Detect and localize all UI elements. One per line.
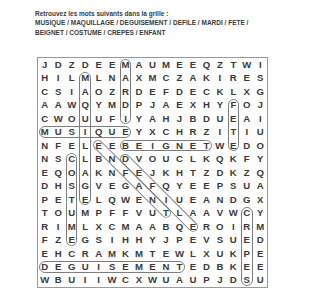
grid-cell-r16c10[interactable]: N bbox=[159, 260, 172, 273]
grid-cell-r15c13[interactable]: X bbox=[200, 247, 213, 260]
grid-cell-r12c3[interactable]: U bbox=[65, 206, 78, 219]
grid-cell-r12c5[interactable]: P bbox=[92, 206, 105, 219]
grid-cell-r1c12[interactable]: E bbox=[186, 58, 199, 71]
grid-cell-r2c3[interactable]: L bbox=[65, 71, 78, 84]
grid-cell-r17c17[interactable]: U bbox=[254, 274, 267, 287]
grid-cell-r10c14[interactable]: P bbox=[213, 179, 226, 192]
grid-cell-r3c1[interactable]: C bbox=[38, 85, 51, 98]
grid-cell-r3c13[interactable]: C bbox=[200, 85, 213, 98]
grid-cell-r16c16[interactable]: E bbox=[240, 260, 253, 273]
grid-cell-r2c6[interactable]: N bbox=[105, 71, 118, 84]
grid-cell-r5c5[interactable]: U bbox=[92, 112, 105, 125]
grid-cell-r9c13[interactable]: Z bbox=[200, 166, 213, 179]
grid-cell-r10c11[interactable]: Y bbox=[173, 179, 186, 192]
grid-cell-r6c13[interactable]: Z bbox=[200, 125, 213, 138]
grid-cell-r3c8[interactable]: D bbox=[132, 85, 145, 98]
grid-cell-r2c17[interactable]: S bbox=[254, 71, 267, 84]
grid-cell-r12c4[interactable]: M bbox=[78, 206, 91, 219]
grid-cell-r16c7[interactable]: E bbox=[119, 260, 132, 273]
grid-cell-r12c7[interactable]: F bbox=[119, 206, 132, 219]
grid-cell-r8c11[interactable]: C bbox=[173, 152, 186, 165]
grid-cell-r17c4[interactable]: I bbox=[78, 274, 91, 287]
grid-cell-r4c7[interactable]: D bbox=[119, 98, 132, 111]
grid-cell-r4c17[interactable]: J bbox=[254, 98, 267, 111]
word-list-line-2: BEIGNET / COSTUME / CREPES / ENFANT bbox=[35, 28, 280, 37]
grid-cell-r3c17[interactable]: G bbox=[254, 85, 267, 98]
grid-cell-r8c7[interactable]: D bbox=[119, 152, 132, 165]
grid-cell-r16c11[interactable]: T bbox=[173, 260, 186, 273]
grid-cell-r7c12[interactable]: E bbox=[186, 139, 199, 152]
grid-cell-r17c8[interactable]: X bbox=[132, 274, 145, 287]
grid-cell-r3c3[interactable]: I bbox=[65, 85, 78, 98]
grid-cell-r14c6[interactable]: I bbox=[105, 233, 118, 246]
puzzle-header: Retrouvez les mots suivants dans la gril… bbox=[35, 9, 280, 37]
grid-cell-r11c10[interactable]: I bbox=[159, 193, 172, 206]
grid-cell-r13c11[interactable]: Q bbox=[173, 220, 186, 233]
grid-cell-r16c3[interactable]: G bbox=[65, 260, 78, 273]
grid-cell-r3c12[interactable]: E bbox=[186, 85, 199, 98]
grid-cell-r5c12[interactable]: B bbox=[186, 112, 199, 125]
grid-cell-r4c15[interactable]: F bbox=[227, 98, 240, 111]
grid-cell-r14c1[interactable]: F bbox=[38, 233, 51, 246]
grid-cell-r7c14[interactable]: W bbox=[213, 139, 226, 152]
grid-cell-r2c7[interactable]: A bbox=[119, 71, 132, 84]
grid-cell-r10c13[interactable]: E bbox=[200, 179, 213, 192]
grid-cell-r14c15[interactable]: U bbox=[227, 233, 240, 246]
grid-cell-r11c12[interactable]: E bbox=[186, 193, 199, 206]
grid-cell-r7c17[interactable]: O bbox=[254, 139, 267, 152]
grid-cell-r14c2[interactable]: Z bbox=[51, 233, 64, 246]
grid-cell-r13c4[interactable]: L bbox=[78, 220, 91, 233]
grid-cell-r17c5[interactable]: I bbox=[92, 274, 105, 287]
grid-cell-r17c12[interactable]: U bbox=[186, 274, 199, 287]
grid-cell-r5c8[interactable]: Y bbox=[132, 112, 145, 125]
grid-cell-r10c7[interactable]: G bbox=[119, 179, 132, 192]
grid-cell-r17c7[interactable]: C bbox=[119, 274, 132, 287]
grid-cell-r16c13[interactable]: D bbox=[200, 260, 213, 273]
grid-cell-r2c11[interactable]: Z bbox=[173, 71, 186, 84]
grid-cell-r17c1[interactable]: W bbox=[38, 274, 51, 287]
grid-cell-r9c11[interactable]: H bbox=[173, 166, 186, 179]
grid-cell-r8c13[interactable]: K bbox=[200, 152, 213, 165]
grid-cell-r6c16[interactable]: I bbox=[240, 125, 253, 138]
grid-cell-r5c3[interactable]: O bbox=[65, 112, 78, 125]
grid-cell-r8c9[interactable]: O bbox=[146, 152, 159, 165]
grid-cell-r6c17[interactable]: U bbox=[254, 125, 267, 138]
grid-cell-r16c15[interactable]: K bbox=[227, 260, 240, 273]
grid-cell-r3c4[interactable]: A bbox=[78, 85, 91, 98]
grid-cell-r4c8[interactable]: P bbox=[132, 98, 145, 111]
word-list-line-1: MUSIQUE / MAQUILLAGE / DEGUISEMENT / DEF… bbox=[35, 18, 280, 27]
grid-cell-r11c2[interactable]: E bbox=[51, 193, 64, 206]
grid-cell-r8c6[interactable]: N bbox=[105, 152, 118, 165]
grid-cell-r11c7[interactable]: W bbox=[119, 193, 132, 206]
grid-cell-r16c2[interactable]: E bbox=[51, 260, 64, 273]
grid-cell-r13c1[interactable]: R bbox=[38, 220, 51, 233]
grid-cell-r11c17[interactable]: X bbox=[254, 193, 267, 206]
grid-cell-r10c15[interactable]: S bbox=[227, 179, 240, 192]
grid-cell-r7c5[interactable]: E bbox=[92, 139, 105, 152]
grid-cell-r11c14[interactable]: N bbox=[213, 193, 226, 206]
grid-cell-r10c8[interactable]: A bbox=[132, 179, 145, 192]
grid-cell-r10c17[interactable]: A bbox=[254, 179, 267, 192]
grid-cell-r10c16[interactable]: U bbox=[240, 179, 253, 192]
grid-cell-r4c5[interactable]: Y bbox=[92, 98, 105, 111]
grid-cell-r17c10[interactable]: U bbox=[159, 274, 172, 287]
grid-cell-r9c7[interactable]: F bbox=[119, 166, 132, 179]
grid-cell-r11c16[interactable]: G bbox=[240, 193, 253, 206]
grid-cell-r9c6[interactable]: N bbox=[105, 166, 118, 179]
grid-cell-r7c3[interactable]: E bbox=[65, 139, 78, 152]
grid-cell-r10c9[interactable]: F bbox=[146, 179, 159, 192]
grid-cell-r13c5[interactable]: X bbox=[92, 220, 105, 233]
grid-cell-r14c16[interactable]: E bbox=[240, 233, 253, 246]
grid-cell-r7c1[interactable]: N bbox=[38, 139, 51, 152]
grid-cell-r1c10[interactable]: M bbox=[159, 58, 172, 71]
grid-cell-r8c14[interactable]: Q bbox=[213, 152, 226, 165]
grid-cell-r5c2[interactable]: W bbox=[51, 112, 64, 125]
grid-cell-r1c7[interactable]: M bbox=[119, 58, 132, 71]
grid-cell-r9c16[interactable]: Z bbox=[240, 166, 253, 179]
grid-cell-r2c16[interactable]: E bbox=[240, 71, 253, 84]
grid-cell-r15c2[interactable]: H bbox=[51, 247, 64, 260]
grid-cell-r8c10[interactable]: U bbox=[159, 152, 172, 165]
grid-cell-r5c10[interactable]: H bbox=[159, 112, 172, 125]
grid-cell-r12c14[interactable]: V bbox=[213, 206, 226, 219]
grid-cell-r12c10[interactable]: T bbox=[159, 206, 172, 219]
grid-cell-r11c1[interactable]: P bbox=[38, 193, 51, 206]
grid-cell-r13c2[interactable]: I bbox=[51, 220, 64, 233]
grid-cell-r15c9[interactable]: T bbox=[146, 247, 159, 260]
grid-cell-r11c8[interactable]: E bbox=[132, 193, 145, 206]
grid-cell-r16c9[interactable]: E bbox=[146, 260, 159, 273]
grid-cell-r17c2[interactable]: B bbox=[51, 274, 64, 287]
grid-cell-r7c11[interactable]: N bbox=[173, 139, 186, 152]
grid-cell-r5c15[interactable]: E bbox=[227, 112, 240, 125]
grid-cell-r6c15[interactable]: T bbox=[227, 125, 240, 138]
grid-cell-r8c17[interactable]: Y bbox=[254, 152, 267, 165]
grid-cell-r5c1[interactable]: C bbox=[38, 112, 51, 125]
grid-cell-r6c14[interactable]: I bbox=[213, 125, 226, 138]
grid-cell-r13c6[interactable]: C bbox=[105, 220, 118, 233]
grid-cell-r10c4[interactable]: G bbox=[78, 179, 91, 192]
grid-cell-r16c1[interactable]: D bbox=[38, 260, 51, 273]
grid-cell-r9c1[interactable]: E bbox=[38, 166, 51, 179]
grid-cell-r4c16[interactable]: O bbox=[240, 98, 253, 111]
grid-cell-r4c9[interactable]: J bbox=[146, 98, 159, 111]
grid-cell-r1c11[interactable]: E bbox=[173, 58, 186, 71]
grid-cell-r7c13[interactable]: T bbox=[200, 139, 213, 152]
grid-cell-r10c10[interactable]: Q bbox=[159, 179, 172, 192]
grid-cell-r3c7[interactable]: R bbox=[119, 85, 132, 98]
grid-cell-r1c5[interactable]: E bbox=[92, 58, 105, 71]
grid-cell-r10c12[interactable]: E bbox=[186, 179, 199, 192]
grid-cell-r13c7[interactable]: M bbox=[119, 220, 132, 233]
grid-cell-r4c3[interactable]: W bbox=[65, 98, 78, 111]
grid-cell-r3c16[interactable]: X bbox=[240, 85, 253, 98]
grid-cell-r17c3[interactable]: U bbox=[65, 274, 78, 287]
grid-cell-r15c10[interactable]: E bbox=[159, 247, 172, 260]
grid-cell-r6c9[interactable]: X bbox=[146, 125, 159, 138]
grid-cell-r14c7[interactable]: H bbox=[119, 233, 132, 246]
grid-cell-r13c13[interactable]: R bbox=[200, 220, 213, 233]
grid-cell-r16c8[interactable]: M bbox=[132, 260, 145, 273]
grid-cell-r16c6[interactable]: S bbox=[105, 260, 118, 273]
grid-cell-r9c8[interactable]: E bbox=[132, 166, 145, 179]
grid-cell-r5c7[interactable]: I bbox=[119, 112, 132, 125]
grid-cell-r1c15[interactable]: T bbox=[227, 58, 240, 71]
grid-cell-r3c6[interactable]: Z bbox=[105, 85, 118, 98]
grid-cell-r12c12[interactable]: A bbox=[186, 206, 199, 219]
grid-cell-r10c3[interactable]: S bbox=[65, 179, 78, 192]
grid-cell-r11c11[interactable]: U bbox=[173, 193, 186, 206]
grid-cell-r17c14[interactable]: J bbox=[213, 274, 226, 287]
grid-cell-r1c3[interactable]: Z bbox=[65, 58, 78, 71]
grid-cell-r4c10[interactable]: A bbox=[159, 98, 172, 111]
grid-cell-r7c10[interactable]: G bbox=[159, 139, 172, 152]
grid-cell-r17c6[interactable]: W bbox=[105, 274, 118, 287]
grid-cell-r3c11[interactable]: D bbox=[173, 85, 186, 98]
letter-grid: JDZDEEMAUMEEQZTWIHILMLNAXMCZAKIRESCSIAOZ… bbox=[38, 58, 267, 287]
grid-cell-r3c14[interactable]: K bbox=[213, 85, 226, 98]
grid-cell-r8c3[interactable]: C bbox=[65, 152, 78, 165]
grid-cell-r9c5[interactable]: K bbox=[92, 166, 105, 179]
grid-cell-r8c12[interactable]: L bbox=[186, 152, 199, 165]
grid-cell-r17c15[interactable]: D bbox=[227, 274, 240, 287]
grid-cell-r15c17[interactable]: E bbox=[254, 247, 267, 260]
grid-cell-r2c15[interactable]: R bbox=[227, 71, 240, 84]
grid-cell-r4c12[interactable]: X bbox=[186, 98, 199, 111]
grid-cell-r13c17[interactable]: M bbox=[254, 220, 267, 233]
grid-cell-r9c12[interactable]: T bbox=[186, 166, 199, 179]
grid-cell-r2c13[interactable]: K bbox=[200, 71, 213, 84]
grid-cell-r9c17[interactable]: Q bbox=[254, 166, 267, 179]
grid-cell-r6c8[interactable]: Y bbox=[132, 125, 145, 138]
grid-cell-r7c8[interactable]: E bbox=[132, 139, 145, 152]
grid-cell-r15c1[interactable]: E bbox=[38, 247, 51, 260]
grid-cell-r5c6[interactable]: F bbox=[105, 112, 118, 125]
grid-cell-r15c6[interactable]: M bbox=[105, 247, 118, 260]
grid-cell-r2c14[interactable]: I bbox=[213, 71, 226, 84]
grid-cell-r2c10[interactable]: C bbox=[159, 71, 172, 84]
grid-cell-r8c5[interactable]: B bbox=[92, 152, 105, 165]
grid-cell-r15c7[interactable]: K bbox=[119, 247, 132, 260]
grid-cell-r2c4[interactable]: M bbox=[78, 71, 91, 84]
grid-cell-r3c15[interactable]: L bbox=[227, 85, 240, 98]
grid-cell-r1c9[interactable]: U bbox=[146, 58, 159, 71]
grid-cell-r11c13[interactable]: A bbox=[200, 193, 213, 206]
grid-cell-r1c1[interactable]: J bbox=[38, 58, 51, 71]
grid-cell-r5c9[interactable]: A bbox=[146, 112, 159, 125]
grid-cell-r10c6[interactable]: E bbox=[105, 179, 118, 192]
grid-cell-r7c9[interactable]: I bbox=[146, 139, 159, 152]
grid-cell-r6c7[interactable]: E bbox=[119, 125, 132, 138]
grid-cell-r15c14[interactable]: U bbox=[213, 247, 226, 260]
grid-cell-r10c2[interactable]: H bbox=[51, 179, 64, 192]
grid-cell-r9c14[interactable]: D bbox=[213, 166, 226, 179]
grid-cell-r2c5[interactable]: L bbox=[92, 71, 105, 84]
word-search-board: JDZDEEMAUMEEQZTWIHILMLNAXMCZAKIRESCSIAOZ… bbox=[37, 57, 268, 288]
grid-cell-r17c11[interactable]: A bbox=[173, 274, 186, 287]
grid-cell-r14c9[interactable]: Y bbox=[146, 233, 159, 246]
grid-cell-r13c12[interactable]: E bbox=[186, 220, 199, 233]
grid-cell-r5c16[interactable]: A bbox=[240, 112, 253, 125]
grid-cell-r15c5[interactable]: A bbox=[92, 247, 105, 260]
grid-cell-r7c2[interactable]: F bbox=[51, 139, 64, 152]
grid-cell-r11c5[interactable]: L bbox=[92, 193, 105, 206]
grid-cell-r9c10[interactable]: K bbox=[159, 166, 172, 179]
grid-cell-r16c12[interactable]: E bbox=[186, 260, 199, 273]
grid-cell-r6c12[interactable]: R bbox=[186, 125, 199, 138]
grid-cell-r7c7[interactable]: B bbox=[119, 139, 132, 152]
grid-cell-r12c6[interactable]: F bbox=[105, 206, 118, 219]
grid-cell-r5c14[interactable]: U bbox=[213, 112, 226, 125]
grid-cell-r6c5[interactable]: Q bbox=[92, 125, 105, 138]
grid-cell-r9c3[interactable]: O bbox=[65, 166, 78, 179]
grid-cell-r14c4[interactable]: G bbox=[78, 233, 91, 246]
grid-cell-r6c2[interactable]: U bbox=[51, 125, 64, 138]
grid-cell-r14c12[interactable]: E bbox=[186, 233, 199, 246]
grid-cell-r4c14[interactable]: Y bbox=[213, 98, 226, 111]
grid-cell-r13c10[interactable]: B bbox=[159, 220, 172, 233]
grid-cell-r10c5[interactable]: V bbox=[92, 179, 105, 192]
grid-cell-r10c1[interactable]: D bbox=[38, 179, 51, 192]
grid-cell-r2c2[interactable]: I bbox=[51, 71, 64, 84]
grid-cell-r13c14[interactable]: O bbox=[213, 220, 226, 233]
grid-cell-r1c8[interactable]: A bbox=[132, 58, 145, 71]
grid-cell-r6c6[interactable]: U bbox=[105, 125, 118, 138]
grid-cell-r8c1[interactable]: N bbox=[38, 152, 51, 165]
grid-cell-r4c13[interactable]: H bbox=[200, 98, 213, 111]
grid-cell-r13c8[interactable]: A bbox=[132, 220, 145, 233]
grid-cell-r4c11[interactable]: E bbox=[173, 98, 186, 111]
grid-cell-r4c6[interactable]: M bbox=[105, 98, 118, 111]
grid-cell-r12c1[interactable]: T bbox=[38, 206, 51, 219]
grid-cell-r13c15[interactable]: I bbox=[227, 220, 240, 233]
grid-cell-r1c17[interactable]: I bbox=[254, 58, 267, 71]
grid-cell-r14c13[interactable]: V bbox=[200, 233, 213, 246]
grid-cell-r1c6[interactable]: E bbox=[105, 58, 118, 71]
grid-cell-r8c8[interactable]: V bbox=[132, 152, 145, 165]
grid-cell-r14c10[interactable]: J bbox=[159, 233, 172, 246]
grid-cell-r3c5[interactable]: O bbox=[92, 85, 105, 98]
grid-cell-r12c9[interactable]: U bbox=[146, 206, 159, 219]
grid-cell-r7c16[interactable]: D bbox=[240, 139, 253, 152]
grid-cell-r6c3[interactable]: S bbox=[65, 125, 78, 138]
grid-cell-r15c11[interactable]: W bbox=[173, 247, 186, 260]
grid-cell-r12c11[interactable]: L bbox=[173, 206, 186, 219]
grid-cell-r3c10[interactable]: F bbox=[159, 85, 172, 98]
grid-cell-r7c15[interactable]: E bbox=[227, 139, 240, 152]
grid-cell-r4c1[interactable]: A bbox=[38, 98, 51, 111]
grid-cell-r5c11[interactable]: J bbox=[173, 112, 186, 125]
grid-cell-r15c3[interactable]: C bbox=[65, 247, 78, 260]
grid-cell-r14c17[interactable]: D bbox=[254, 233, 267, 246]
grid-cell-r11c3[interactable]: T bbox=[65, 193, 78, 206]
grid-cell-r14c3[interactable]: E bbox=[65, 233, 78, 246]
grid-cell-r17c13[interactable]: P bbox=[200, 274, 213, 287]
grid-cell-r8c4[interactable]: L bbox=[78, 152, 91, 165]
grid-cell-r12c13[interactable]: A bbox=[200, 206, 213, 219]
grid-cell-r6c11[interactable]: H bbox=[173, 125, 186, 138]
grid-cell-r14c8[interactable]: H bbox=[132, 233, 145, 246]
grid-cell-r5c4[interactable]: U bbox=[78, 112, 91, 125]
grid-cell-r11c4[interactable]: E bbox=[78, 193, 91, 206]
grid-cell-r3c2[interactable]: S bbox=[51, 85, 64, 98]
grid-cell-r4c2[interactable]: A bbox=[51, 98, 64, 111]
grid-cell-r2c12[interactable]: A bbox=[186, 71, 199, 84]
grid-cell-r5c17[interactable]: I bbox=[254, 112, 267, 125]
grid-cell-r9c2[interactable]: Q bbox=[51, 166, 64, 179]
grid-cell-r13c3[interactable]: M bbox=[65, 220, 78, 233]
grid-cell-r14c14[interactable]: S bbox=[213, 233, 226, 246]
grid-cell-r12c2[interactable]: O bbox=[51, 206, 64, 219]
grid-cell-r15c4[interactable]: R bbox=[78, 247, 91, 260]
grid-cell-r6c1[interactable]: M bbox=[38, 125, 51, 138]
grid-cell-r6c10[interactable]: C bbox=[159, 125, 172, 138]
grid-cell-r1c13[interactable]: Q bbox=[200, 58, 213, 71]
instructions-text: Retrouvez les mots suivants dans la gril… bbox=[35, 9, 280, 18]
grid-cell-r8c16[interactable]: F bbox=[240, 152, 253, 165]
grid-cell-r2c9[interactable]: M bbox=[146, 71, 159, 84]
grid-cell-r15c12[interactable]: L bbox=[186, 247, 199, 260]
grid-cell-r7c4[interactable]: L bbox=[78, 139, 91, 152]
grid-cell-r12c17[interactable]: Y bbox=[254, 206, 267, 219]
grid-cell-r1c2[interactable]: D bbox=[51, 58, 64, 71]
grid-cell-r2c8[interactable]: X bbox=[132, 71, 145, 84]
grid-cell-r1c4[interactable]: D bbox=[78, 58, 91, 71]
grid-cell-r13c16[interactable]: R bbox=[240, 220, 253, 233]
grid-cell-r16c14[interactable]: B bbox=[213, 260, 226, 273]
grid-cell-r15c15[interactable]: K bbox=[227, 247, 240, 260]
grid-cell-r11c9[interactable]: N bbox=[146, 193, 159, 206]
grid-cell-r13c9[interactable]: A bbox=[146, 220, 159, 233]
grid-cell-r16c5[interactable]: I bbox=[92, 260, 105, 273]
grid-cell-r1c14[interactable]: Z bbox=[213, 58, 226, 71]
grid-cell-r3c9[interactable]: E bbox=[146, 85, 159, 98]
grid-cell-r11c6[interactable]: Q bbox=[105, 193, 118, 206]
grid-cell-r16c17[interactable]: E bbox=[254, 260, 267, 273]
grid-cell-r1c16[interactable]: W bbox=[240, 58, 253, 71]
grid-cell-r5c13[interactable]: D bbox=[200, 112, 213, 125]
grid-cell-r15c8[interactable]: M bbox=[132, 247, 145, 260]
grid-cell-r6c4[interactable]: I bbox=[78, 125, 91, 138]
grid-cell-r14c5[interactable]: S bbox=[92, 233, 105, 246]
grid-cell-r14c11[interactable]: P bbox=[173, 233, 186, 246]
grid-cell-r15c16[interactable]: P bbox=[240, 247, 253, 260]
grid-cell-r2c1[interactable]: H bbox=[38, 71, 51, 84]
grid-cell-r12c16[interactable]: C bbox=[240, 206, 253, 219]
grid-cell-r17c9[interactable]: W bbox=[146, 274, 159, 287]
grid-cell-r8c2[interactable]: S bbox=[51, 152, 64, 165]
grid-cell-r17c16[interactable]: S bbox=[240, 274, 253, 287]
grid-cell-r16c4[interactable]: U bbox=[78, 260, 91, 273]
grid-cell-r4c4[interactable]: Q bbox=[78, 98, 91, 111]
grid-cell-r11c15[interactable]: D bbox=[227, 193, 240, 206]
grid-cell-r9c4[interactable]: A bbox=[78, 166, 91, 179]
grid-cell-r8c15[interactable]: K bbox=[227, 152, 240, 165]
grid-cell-r9c9[interactable]: J bbox=[146, 166, 159, 179]
grid-cell-r9c15[interactable]: K bbox=[227, 166, 240, 179]
grid-cell-r12c15[interactable]: W bbox=[227, 206, 240, 219]
grid-cell-r7c6[interactable]: E bbox=[105, 139, 118, 152]
grid-cell-r12c8[interactable]: V bbox=[132, 206, 145, 219]
